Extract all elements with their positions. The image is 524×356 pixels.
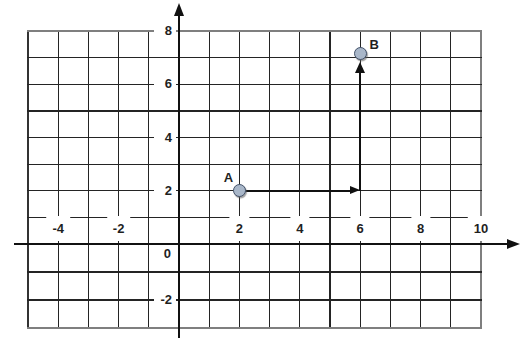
gridline-horizontal — [27, 84, 482, 85]
y-tick-label: -2 — [154, 291, 176, 309]
gridline-vertical — [329, 30, 330, 329]
x-tick-label: 8 — [411, 216, 430, 241]
x-axis — [14, 243, 508, 246]
grid-border-vertical — [480, 30, 483, 329]
point-a — [233, 184, 246, 197]
x-tick-label: -4 — [46, 216, 70, 241]
gridline-vertical — [209, 30, 210, 329]
vector-line-vertical — [359, 71, 362, 191]
gridline-vertical — [58, 30, 59, 329]
gridline-vertical — [390, 30, 391, 329]
gridline-vertical — [420, 30, 421, 329]
coordinate-plane-figure: -4-22468108642-20AB — [0, 0, 524, 356]
gridline-vertical — [269, 30, 270, 329]
y-tick-label: 6 — [154, 75, 176, 93]
y-tick-label: 8 — [154, 22, 176, 40]
gridline-vertical — [239, 30, 240, 329]
gridline-horizontal — [27, 164, 482, 165]
point-b — [354, 47, 367, 60]
gridline-vertical — [450, 30, 451, 329]
gridline-vertical — [88, 30, 89, 329]
gridline-horizontal — [27, 110, 482, 111]
x-tick-label: -2 — [107, 216, 131, 241]
grid-border-horizontal — [27, 30, 482, 33]
y-tick-label: 4 — [154, 129, 176, 147]
vector-arrowhead-up — [355, 62, 365, 73]
x-tick-label: 10 — [468, 216, 494, 241]
gridline-vertical — [118, 30, 119, 329]
gridline-horizontal — [27, 57, 482, 58]
gridline-vertical — [148, 30, 149, 329]
vector-line-horizontal — [239, 190, 350, 193]
x-tick-label: 4 — [290, 216, 309, 241]
x-axis-arrowhead — [507, 239, 520, 249]
gridline-horizontal — [27, 299, 482, 300]
y-tick-label: 2 — [154, 182, 176, 200]
grid-border-vertical — [27, 30, 29, 329]
x-tick-label: 2 — [230, 216, 249, 241]
point-label-b: B — [369, 36, 378, 51]
point-label-a: A — [224, 169, 233, 184]
x-tick-label: 6 — [351, 216, 370, 241]
grid-border-horizontal — [27, 327, 482, 330]
origin-label: 0 — [155, 245, 175, 263]
gridline-horizontal — [27, 137, 482, 138]
gridline-vertical — [299, 30, 300, 329]
y-axis-arrowhead — [174, 3, 184, 16]
y-axis — [178, 13, 181, 338]
gridline-horizontal — [27, 271, 482, 272]
